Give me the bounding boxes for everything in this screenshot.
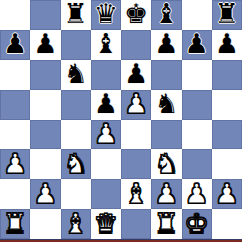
square-d5[interactable]: ♟ xyxy=(91,90,121,120)
square-f5[interactable]: ♞ xyxy=(151,90,181,120)
square-c1[interactable]: ♝ xyxy=(61,209,91,239)
black-bishop[interactable]: ♝ xyxy=(154,0,178,27)
square-a4[interactable] xyxy=(0,120,30,150)
square-b3[interactable] xyxy=(30,149,60,179)
square-e8[interactable]: ♚ xyxy=(121,0,151,30)
square-d6[interactable] xyxy=(91,60,121,90)
square-f6[interactable] xyxy=(151,60,181,90)
black-pawn[interactable]: ♟ xyxy=(185,30,209,57)
square-b5[interactable] xyxy=(30,90,60,120)
square-e5[interactable]: ♟ xyxy=(121,90,151,120)
white-pawn[interactable]: ♟ xyxy=(185,180,209,207)
square-b8[interactable] xyxy=(30,0,60,30)
square-d2[interactable] xyxy=(91,179,121,209)
white-pawn[interactable]: ♟ xyxy=(215,180,239,207)
square-g1[interactable]: ♚ xyxy=(182,209,212,239)
black-pawn[interactable]: ♟ xyxy=(124,60,148,87)
square-e1[interactable] xyxy=(121,209,151,239)
black-pawn[interactable]: ♟ xyxy=(94,90,118,117)
square-g2[interactable]: ♟ xyxy=(182,179,212,209)
square-d1[interactable]: ♛ xyxy=(91,209,121,239)
square-f1[interactable]: ♜ xyxy=(151,209,181,239)
square-h8[interactable]: ♜ xyxy=(212,0,242,30)
square-b4[interactable] xyxy=(30,120,60,150)
square-e2[interactable]: ♝ xyxy=(121,179,151,209)
square-e3[interactable] xyxy=(121,149,151,179)
square-f3[interactable]: ♞ xyxy=(151,149,181,179)
square-h5[interactable] xyxy=(212,90,242,120)
square-b6[interactable] xyxy=(30,60,60,90)
square-b2[interactable]: ♟ xyxy=(30,179,60,209)
square-e6[interactable]: ♟ xyxy=(121,60,151,90)
square-g6[interactable] xyxy=(182,60,212,90)
white-pawn[interactable]: ♟ xyxy=(3,150,27,177)
square-c8[interactable]: ♜ xyxy=(61,0,91,30)
white-bishop[interactable]: ♝ xyxy=(124,180,148,207)
square-g3[interactable] xyxy=(182,149,212,179)
square-g5[interactable] xyxy=(182,90,212,120)
square-b1[interactable] xyxy=(30,209,60,239)
white-pawn[interactable]: ♟ xyxy=(124,90,148,117)
square-g8[interactable] xyxy=(182,0,212,30)
black-king[interactable]: ♚ xyxy=(124,0,148,27)
square-c2[interactable] xyxy=(61,179,91,209)
square-a6[interactable] xyxy=(0,60,30,90)
square-f7[interactable]: ♟ xyxy=(151,30,181,60)
black-queen[interactable]: ♛ xyxy=(94,0,118,27)
white-pawn[interactable]: ♟ xyxy=(94,120,118,147)
square-a2[interactable] xyxy=(0,179,30,209)
square-d4[interactable]: ♟ xyxy=(91,120,121,150)
square-a8[interactable] xyxy=(0,0,30,30)
square-h3[interactable] xyxy=(212,149,242,179)
square-h1[interactable] xyxy=(212,209,242,239)
square-e4[interactable] xyxy=(121,120,151,150)
square-h4[interactable] xyxy=(212,120,242,150)
black-bishop[interactable]: ♝ xyxy=(94,30,118,57)
black-knight[interactable]: ♞ xyxy=(154,90,178,117)
square-h7[interactable]: ♟ xyxy=(212,30,242,60)
white-rook[interactable]: ♜ xyxy=(154,210,178,237)
square-a5[interactable] xyxy=(0,90,30,120)
square-c4[interactable] xyxy=(61,120,91,150)
white-queen[interactable]: ♛ xyxy=(94,210,118,237)
white-pawn[interactable]: ♟ xyxy=(33,180,57,207)
square-c7[interactable] xyxy=(61,30,91,60)
white-king[interactable]: ♚ xyxy=(185,210,209,237)
square-b7[interactable]: ♟ xyxy=(30,30,60,60)
chess-board-screenshot: ♜♛♚♝♜♟♟♝♟♟♟♞♟♟♟♞♟♟♞♞♟♝♟♟♟♜♝♛♜♚ xyxy=(0,0,242,242)
square-c5[interactable] xyxy=(61,90,91,120)
black-pawn[interactable]: ♟ xyxy=(154,30,178,57)
black-rook[interactable]: ♜ xyxy=(215,0,239,27)
square-g7[interactable]: ♟ xyxy=(182,30,212,60)
black-knight[interactable]: ♞ xyxy=(64,60,88,87)
square-f4[interactable] xyxy=(151,120,181,150)
square-d7[interactable]: ♝ xyxy=(91,30,121,60)
square-f8[interactable]: ♝ xyxy=(151,0,181,30)
square-g4[interactable] xyxy=(182,120,212,150)
square-f2[interactable]: ♟ xyxy=(151,179,181,209)
white-bishop[interactable]: ♝ xyxy=(64,210,88,237)
black-pawn[interactable]: ♟ xyxy=(215,30,239,57)
square-c6[interactable]: ♞ xyxy=(61,60,91,90)
white-knight[interactable]: ♞ xyxy=(154,150,178,177)
square-h2[interactable]: ♟ xyxy=(212,179,242,209)
square-a3[interactable]: ♟ xyxy=(0,149,30,179)
white-rook[interactable]: ♜ xyxy=(3,210,27,237)
square-d8[interactable]: ♛ xyxy=(91,0,121,30)
white-knight[interactable]: ♞ xyxy=(64,150,88,177)
square-c3[interactable]: ♞ xyxy=(61,149,91,179)
black-pawn[interactable]: ♟ xyxy=(3,30,27,57)
square-e7[interactable] xyxy=(121,30,151,60)
white-pawn[interactable]: ♟ xyxy=(154,180,178,207)
chess-board: ♜♛♚♝♜♟♟♝♟♟♟♞♟♟♟♞♟♟♞♞♟♝♟♟♟♜♝♛♜♚ xyxy=(0,0,242,239)
black-rook[interactable]: ♜ xyxy=(64,0,88,27)
square-a7[interactable]: ♟ xyxy=(0,30,30,60)
square-h6[interactable] xyxy=(212,60,242,90)
black-pawn[interactable]: ♟ xyxy=(33,30,57,57)
square-d3[interactable] xyxy=(91,149,121,179)
square-a1[interactable]: ♜ xyxy=(0,209,30,239)
